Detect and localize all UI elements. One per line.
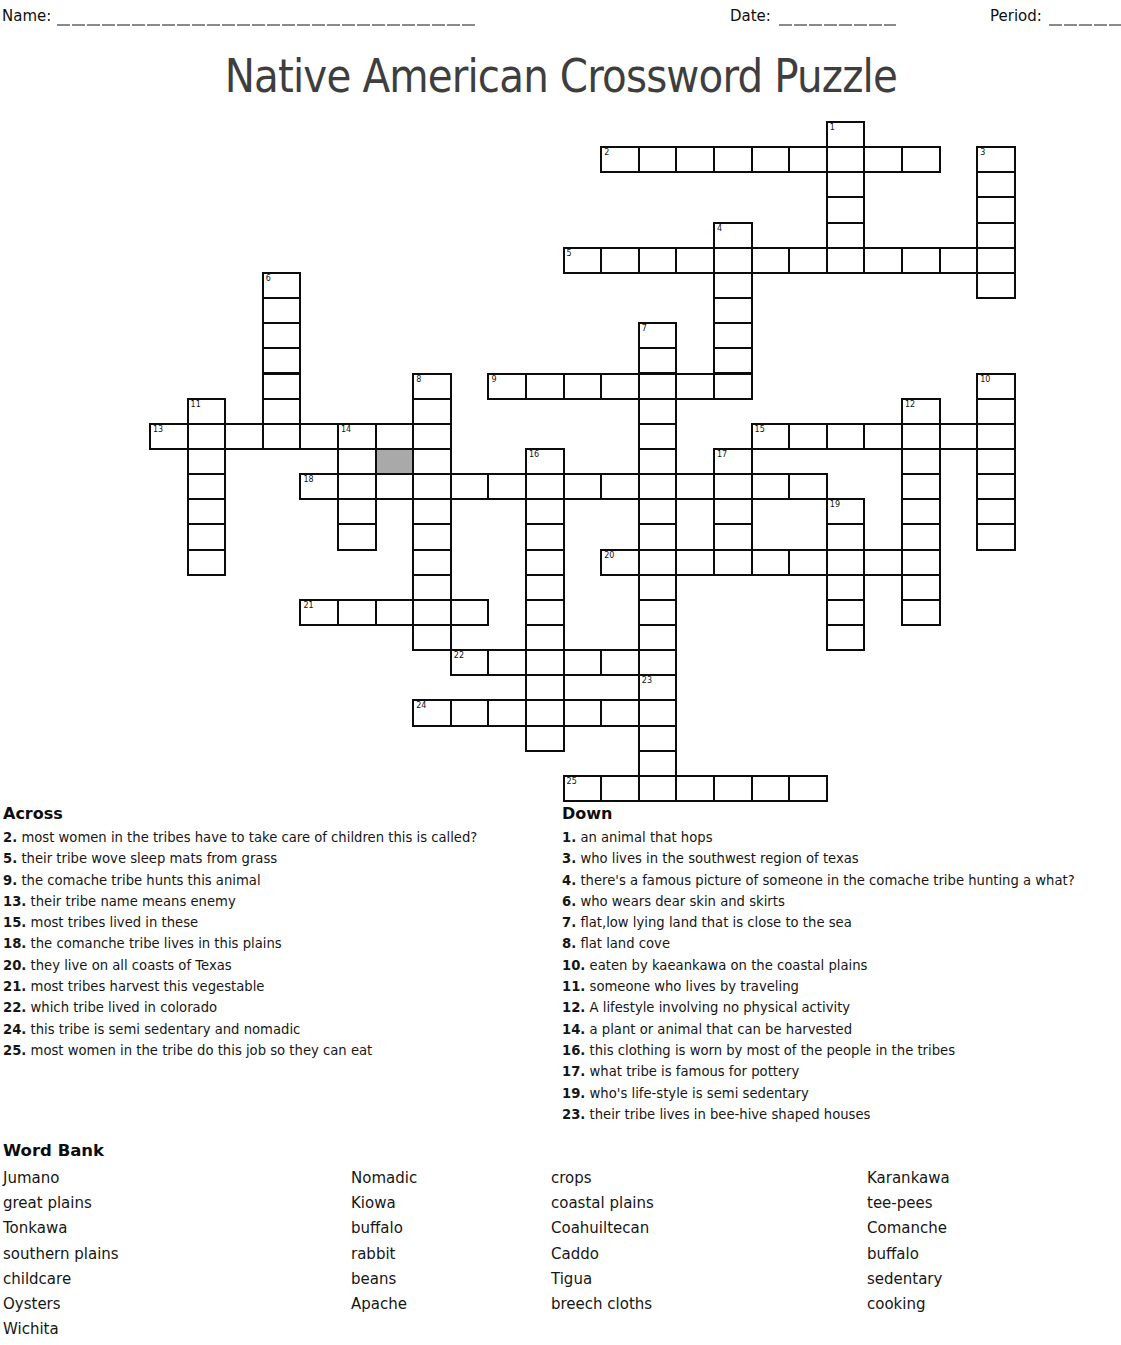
grid-cell[interactable] bbox=[713, 272, 753, 299]
grid-cell[interactable] bbox=[563, 473, 603, 500]
grid-cell[interactable] bbox=[487, 699, 527, 726]
word-bank-item: buffalo bbox=[351, 1216, 417, 1241]
word-bank-heading: Word Bank bbox=[3, 1141, 104, 1160]
grid-cell[interactable] bbox=[976, 171, 1016, 198]
cell-number: 23 bbox=[642, 676, 652, 686]
grid-cell[interactable]: 17 bbox=[713, 448, 753, 475]
grid-cell[interactable] bbox=[600, 473, 640, 500]
grid-cell[interactable] bbox=[713, 146, 753, 173]
cell-number: 15 bbox=[755, 425, 765, 435]
cell-number: 4 bbox=[717, 224, 722, 234]
grid-cell[interactable] bbox=[901, 574, 941, 601]
clue-number: 23. bbox=[562, 1107, 585, 1122]
grid-cell[interactable] bbox=[262, 347, 302, 374]
name-label: Name: bbox=[2, 7, 51, 25]
word-bank-column-1: Jumanogreat plainsTonkawasouthern plains… bbox=[3, 1166, 119, 1342]
grid-cell[interactable] bbox=[412, 473, 452, 500]
grid-cell[interactable]: 19 bbox=[826, 498, 866, 525]
grid-cell[interactable] bbox=[412, 624, 452, 651]
grid-cell[interactable] bbox=[525, 649, 565, 676]
grid-cell[interactable] bbox=[600, 699, 640, 726]
grid-cell[interactable] bbox=[638, 649, 678, 676]
grid-cell[interactable] bbox=[187, 473, 227, 500]
grid-cell[interactable]: 8 bbox=[412, 373, 452, 400]
grid-cell[interactable] bbox=[638, 775, 678, 802]
grid-cell[interactable] bbox=[976, 498, 1016, 525]
grid-cell[interactable] bbox=[826, 146, 866, 173]
clue-number: 9. bbox=[3, 873, 17, 888]
clue-down-6: 6. who wears dear skin and skirts bbox=[562, 891, 1118, 912]
cell-number: 1 bbox=[830, 123, 835, 133]
grid-cell[interactable] bbox=[450, 599, 490, 626]
clue-down-10: 10. eaten by kaeankawa on the coastal pl… bbox=[562, 955, 1118, 976]
grid-cell[interactable] bbox=[788, 473, 828, 500]
grid-cell[interactable] bbox=[187, 423, 227, 450]
grid-cell[interactable] bbox=[713, 247, 753, 274]
grid-cell[interactable] bbox=[525, 574, 565, 601]
date-blank-line bbox=[779, 24, 896, 26]
cell-number: 18 bbox=[303, 475, 313, 485]
grid-cell[interactable] bbox=[826, 523, 866, 550]
grid-cell[interactable] bbox=[976, 448, 1016, 475]
word-bank-item: crops bbox=[551, 1166, 654, 1191]
cell-number: 2 bbox=[604, 148, 609, 158]
grid-cell[interactable] bbox=[638, 699, 678, 726]
grid-cell[interactable] bbox=[337, 498, 377, 525]
cell-number: 3 bbox=[980, 148, 985, 158]
word-bank-item: buffalo bbox=[867, 1242, 950, 1267]
grid-cell[interactable] bbox=[525, 599, 565, 626]
cell-number: 21 bbox=[303, 601, 313, 611]
grid-cell[interactable] bbox=[713, 322, 753, 349]
grid-cell[interactable] bbox=[788, 146, 828, 173]
grid-cell[interactable] bbox=[788, 423, 828, 450]
clue-number: 21. bbox=[3, 979, 26, 994]
grid-cell[interactable] bbox=[713, 775, 753, 802]
cell-number: 7 bbox=[642, 324, 647, 334]
grid-cell[interactable]: 1 bbox=[826, 121, 866, 148]
clue-across-9: 9. the comache tribe hunts this animal bbox=[3, 870, 555, 891]
clue-number: 8. bbox=[562, 936, 576, 951]
grid-cell[interactable] bbox=[713, 347, 753, 374]
grid-cell[interactable] bbox=[675, 373, 715, 400]
cell-number: 19 bbox=[830, 500, 840, 510]
cell-number: 8 bbox=[416, 375, 421, 385]
grid-cell[interactable] bbox=[375, 423, 415, 450]
clue-across-24: 24. this tribe is semi sedentary and nom… bbox=[3, 1019, 555, 1040]
grid-cell[interactable] bbox=[638, 725, 678, 752]
grid-cell[interactable] bbox=[262, 322, 302, 349]
clue-across-22: 22. which tribe lived in colorado bbox=[3, 997, 555, 1018]
clue-down-14: 14. a plant or animal that can be harves… bbox=[562, 1019, 1118, 1040]
grid-cell[interactable] bbox=[638, 398, 678, 425]
grid-cell[interactable] bbox=[450, 473, 490, 500]
grid-cell[interactable] bbox=[751, 146, 791, 173]
clue-number: 20. bbox=[3, 958, 26, 973]
cell-number: 20 bbox=[604, 551, 614, 561]
grid-cell[interactable] bbox=[187, 523, 227, 550]
puzzle-grid: 1234567891011121314151617181920212223242… bbox=[149, 121, 1016, 802]
grid-cell[interactable] bbox=[525, 699, 565, 726]
grid-cell[interactable] bbox=[638, 448, 678, 475]
grid-cell[interactable] bbox=[600, 247, 640, 274]
clue-number: 17. bbox=[562, 1064, 585, 1079]
word-bank-item: Coahuiltecan bbox=[551, 1216, 654, 1241]
grid-cell[interactable] bbox=[826, 222, 866, 249]
grid-cell[interactable]: 15 bbox=[751, 423, 791, 450]
grid-cell[interactable] bbox=[675, 146, 715, 173]
word-bank-item: Jumano bbox=[3, 1166, 119, 1191]
grid-cell[interactable] bbox=[262, 297, 302, 324]
word-bank-item: Tonkawa bbox=[3, 1216, 119, 1241]
grid-cell[interactable]: 12 bbox=[901, 398, 941, 425]
clue-down-19: 19. who's life-style is semi sedentary bbox=[562, 1083, 1118, 1104]
grid-cell[interactable] bbox=[563, 373, 603, 400]
grid-cell[interactable] bbox=[375, 473, 415, 500]
cell-number: 5 bbox=[567, 249, 572, 259]
grid-cell[interactable] bbox=[901, 146, 941, 173]
grid-cell[interactable]: 9 bbox=[487, 373, 527, 400]
cell-number: 12 bbox=[905, 400, 915, 410]
grid-cell[interactable] bbox=[675, 247, 715, 274]
grid-cell[interactable] bbox=[675, 473, 715, 500]
grid-cell[interactable] bbox=[412, 498, 452, 525]
word-bank-column-2: NomadicKiowabuffalorabbitbeansApache bbox=[351, 1166, 417, 1317]
word-bank-item: Apache bbox=[351, 1292, 417, 1317]
grid-cell[interactable] bbox=[976, 473, 1016, 500]
clue-down-1: 1. an animal that hops bbox=[562, 827, 1118, 848]
cell-number: 14 bbox=[341, 425, 351, 435]
clue-number: 18. bbox=[3, 936, 26, 951]
grid-cell[interactable] bbox=[939, 247, 979, 274]
grid-cell[interactable] bbox=[826, 247, 866, 274]
grid-cell[interactable] bbox=[976, 196, 1016, 223]
clue-number: 25. bbox=[3, 1043, 26, 1058]
grid-cell[interactable] bbox=[675, 549, 715, 576]
word-bank-item: cooking bbox=[867, 1292, 950, 1317]
grid-cell[interactable] bbox=[525, 674, 565, 701]
grid-cell[interactable] bbox=[826, 599, 866, 626]
name-blank-line bbox=[57, 24, 475, 26]
clue-down-4: 4. there's a famous picture of someone i… bbox=[562, 870, 1118, 891]
cell-number: 10 bbox=[980, 375, 990, 385]
grid-cell[interactable]: 22 bbox=[450, 649, 490, 676]
cell-number: 16 bbox=[529, 450, 539, 460]
worksheet-page: Name: Date: Period: Native American Cros… bbox=[0, 0, 1121, 1345]
word-bank-item: tee-pees bbox=[867, 1191, 950, 1216]
grid-cell[interactable] bbox=[337, 523, 377, 550]
grid-cell[interactable] bbox=[563, 699, 603, 726]
grid-cell[interactable]: 16 bbox=[525, 448, 565, 475]
grid-cell[interactable] bbox=[412, 599, 452, 626]
grid-cell[interactable] bbox=[525, 725, 565, 752]
clue-number: 13. bbox=[3, 894, 26, 909]
grid-cell[interactable] bbox=[976, 523, 1016, 550]
grid-cell[interactable] bbox=[826, 171, 866, 198]
grid-cell[interactable] bbox=[187, 448, 227, 475]
grid-cell[interactable] bbox=[675, 775, 715, 802]
grid-cell[interactable] bbox=[638, 498, 678, 525]
grid-cell[interactable]: 10 bbox=[976, 373, 1016, 400]
grid-cell[interactable] bbox=[863, 423, 903, 450]
grid-cell[interactable] bbox=[487, 473, 527, 500]
grid-cell[interactable] bbox=[224, 423, 264, 450]
grid-cell[interactable] bbox=[525, 624, 565, 651]
clue-number: 12. bbox=[562, 1000, 585, 1015]
word-bank-item: breech cloths bbox=[551, 1292, 654, 1317]
clue-down-8: 8. flat land cove bbox=[562, 933, 1118, 954]
cell-number: 17 bbox=[717, 450, 727, 460]
clue-down-7: 7. flat,low lying land that is close to … bbox=[562, 912, 1118, 933]
clue-across-2: 2. most women in the tribes have to take… bbox=[3, 827, 555, 848]
word-bank-item: Tigua bbox=[551, 1267, 654, 1292]
grid-cell[interactable] bbox=[713, 523, 753, 550]
clue-down-23: 23. their tribe lives in bee-hive shaped… bbox=[562, 1104, 1118, 1125]
grid-cell[interactable] bbox=[337, 448, 377, 475]
word-bank-item: sedentary bbox=[867, 1267, 950, 1292]
grid-cell[interactable] bbox=[751, 473, 791, 500]
grid-cell[interactable] bbox=[525, 473, 565, 500]
grid-cell[interactable] bbox=[939, 423, 979, 450]
grid-cell[interactable] bbox=[976, 222, 1016, 249]
grid-cell[interactable] bbox=[976, 398, 1016, 425]
grid-cell[interactable]: 24 bbox=[412, 699, 452, 726]
grid-cell[interactable]: 25 bbox=[563, 775, 603, 802]
period-blank-line bbox=[1049, 24, 1121, 26]
across-clues: Across 2. most women in the tribes have … bbox=[3, 804, 555, 1061]
word-bank-item: Karankawa bbox=[867, 1166, 950, 1191]
clue-number: 24. bbox=[3, 1022, 26, 1037]
word-bank-item: Nomadic bbox=[351, 1166, 417, 1191]
grid-cell[interactable] bbox=[375, 599, 415, 626]
grid-cell[interactable] bbox=[826, 574, 866, 601]
grid-cell[interactable] bbox=[412, 549, 452, 576]
grid-cell[interactable] bbox=[525, 498, 565, 525]
clue-number: 22. bbox=[3, 1000, 26, 1015]
grid-cell[interactable] bbox=[412, 574, 452, 601]
clue-number: 3. bbox=[562, 851, 576, 866]
grid-cell[interactable] bbox=[826, 196, 866, 223]
cell-number: 13 bbox=[153, 425, 163, 435]
grid-cell[interactable]: 20 bbox=[600, 549, 640, 576]
clue-number: 1. bbox=[562, 830, 576, 845]
grid-cell[interactable] bbox=[863, 146, 903, 173]
word-bank-item: beans bbox=[351, 1267, 417, 1292]
grid-cell[interactable] bbox=[976, 272, 1016, 299]
grid-cell[interactable]: 6 bbox=[262, 272, 302, 299]
clue-across-21: 21. most tribes harvest this vegestable bbox=[3, 976, 555, 997]
grid-cell[interactable] bbox=[901, 423, 941, 450]
grid-cell[interactable] bbox=[788, 549, 828, 576]
grid-cell[interactable] bbox=[638, 423, 678, 450]
grid-cell[interactable] bbox=[563, 649, 603, 676]
cell-number: 11 bbox=[191, 400, 201, 410]
clue-number: 15. bbox=[3, 915, 26, 930]
cell-number: 24 bbox=[416, 701, 426, 711]
grid-cell[interactable]: 21 bbox=[299, 599, 339, 626]
grid-cell[interactable] bbox=[638, 574, 678, 601]
down-heading: Down bbox=[562, 804, 1118, 823]
grid-cell[interactable] bbox=[976, 423, 1016, 450]
grid-cell[interactable] bbox=[901, 247, 941, 274]
grid-cell[interactable] bbox=[901, 599, 941, 626]
grid-cell[interactable] bbox=[187, 549, 227, 576]
word-bank-item: coastal plains bbox=[551, 1191, 654, 1216]
clue-down-12: 12. A lifestyle involving no physical ac… bbox=[562, 997, 1118, 1018]
grid-cell[interactable] bbox=[826, 624, 866, 651]
grid-cell[interactable]: 5 bbox=[563, 247, 603, 274]
grid-cell[interactable] bbox=[901, 473, 941, 500]
grid-cell[interactable] bbox=[299, 423, 339, 450]
grid-cell[interactable]: 14 bbox=[337, 423, 377, 450]
word-bank-item: Kiowa bbox=[351, 1191, 417, 1216]
clue-across-13: 13. their tribe name means enemy bbox=[3, 891, 555, 912]
grid-cell[interactable] bbox=[337, 473, 377, 500]
grid-cell[interactable] bbox=[788, 247, 828, 274]
word-bank-item: Comanche bbox=[867, 1216, 950, 1241]
clue-down-11: 11. someone who lives by traveling bbox=[562, 976, 1118, 997]
grid-cell[interactable] bbox=[638, 347, 678, 374]
grid-cell[interactable] bbox=[638, 624, 678, 651]
down-clues: Down 1. an animal that hops3. who lives … bbox=[562, 804, 1118, 1125]
grid-cell[interactable] bbox=[638, 750, 678, 777]
clue-number: 11. bbox=[562, 979, 585, 994]
grid-cell[interactable] bbox=[751, 775, 791, 802]
grid-cell[interactable] bbox=[638, 523, 678, 550]
grid-cell[interactable] bbox=[525, 523, 565, 550]
grid-cell[interactable] bbox=[262, 423, 302, 450]
clue-number: 7. bbox=[562, 915, 576, 930]
clue-across-15: 15. most tribes lived in these bbox=[3, 912, 555, 933]
grid-cell[interactable] bbox=[412, 398, 452, 425]
grid-cell[interactable] bbox=[638, 373, 678, 400]
clue-number: 19. bbox=[562, 1086, 585, 1101]
grid-cell[interactable] bbox=[751, 549, 791, 576]
word-bank-item: Caddo bbox=[551, 1242, 654, 1267]
across-heading: Across bbox=[3, 804, 555, 823]
grid-cell[interactable] bbox=[412, 523, 452, 550]
grid-cell[interactable]: 2 bbox=[600, 146, 640, 173]
grid-cell[interactable] bbox=[863, 549, 903, 576]
cell-number: 9 bbox=[491, 375, 496, 385]
grid-cell[interactable] bbox=[901, 549, 941, 576]
grid-cell[interactable] bbox=[713, 498, 753, 525]
grid-cell[interactable] bbox=[713, 473, 753, 500]
grid-cell[interactable] bbox=[713, 373, 753, 400]
grid-cell[interactable] bbox=[450, 699, 490, 726]
grid-cell[interactable] bbox=[638, 599, 678, 626]
grid-cell[interactable] bbox=[638, 473, 678, 500]
grid-cell[interactable] bbox=[525, 549, 565, 576]
grid-cell[interactable] bbox=[412, 448, 452, 475]
grid-cell[interactable]: 11 bbox=[187, 398, 227, 425]
grid-cell[interactable] bbox=[901, 523, 941, 550]
grid-cell[interactable] bbox=[337, 599, 377, 626]
clue-down-3: 3. who lives in the southwest region of … bbox=[562, 848, 1118, 869]
grid-cell[interactable] bbox=[788, 775, 828, 802]
grid-cell[interactable]: 23 bbox=[638, 674, 678, 701]
page-title: Native American Crossword Puzzle bbox=[0, 48, 1121, 103]
clue-number: 14. bbox=[562, 1022, 585, 1037]
grid-cell[interactable] bbox=[262, 398, 302, 425]
clue-across-5: 5. their tribe wove sleep mats from gras… bbox=[3, 848, 555, 869]
grid-cell[interactable] bbox=[713, 297, 753, 324]
grid-cell[interactable] bbox=[412, 423, 452, 450]
grid-cell[interactable] bbox=[600, 373, 640, 400]
clue-across-18: 18. the comanche tribe lives in this pla… bbox=[3, 933, 555, 954]
word-bank-item: Oysters bbox=[3, 1292, 119, 1317]
grid-cell[interactable]: 4 bbox=[713, 222, 753, 249]
grid-cell[interactable] bbox=[713, 549, 753, 576]
period-label: Period: bbox=[990, 7, 1042, 25]
grid-cell[interactable] bbox=[638, 549, 678, 576]
word-bank-item: rabbit bbox=[351, 1242, 417, 1267]
word-bank-column-4: Karankawatee-peesComanchebuffalosedentar… bbox=[867, 1166, 950, 1317]
clue-down-17: 17. what tribe is famous for pottery bbox=[562, 1061, 1118, 1082]
grid-cell[interactable] bbox=[638, 146, 678, 173]
grid-cell[interactable] bbox=[901, 498, 941, 525]
grid-cell-shaded[interactable] bbox=[375, 448, 415, 475]
grid-cell[interactable]: 13 bbox=[149, 423, 189, 450]
word-bank-item: childcare bbox=[3, 1267, 119, 1292]
cell-number: 22 bbox=[454, 651, 464, 661]
cell-number: 6 bbox=[266, 274, 271, 284]
clue-number: 16. bbox=[562, 1043, 585, 1058]
clue-number: 10. bbox=[562, 958, 585, 973]
clue-number: 6. bbox=[562, 894, 576, 909]
word-bank-item: Wichita bbox=[3, 1317, 119, 1342]
grid-cell[interactable] bbox=[863, 247, 903, 274]
grid-cell[interactable] bbox=[826, 549, 866, 576]
grid-cell[interactable] bbox=[826, 423, 866, 450]
grid-cell[interactable] bbox=[525, 373, 565, 400]
clue-across-20: 20. they live on all coasts of Texas bbox=[3, 955, 555, 976]
date-label: Date: bbox=[730, 7, 771, 25]
grid-cell[interactable] bbox=[187, 498, 227, 525]
grid-cell[interactable] bbox=[751, 247, 791, 274]
grid-cell[interactable] bbox=[976, 247, 1016, 274]
grid-cell[interactable] bbox=[600, 649, 640, 676]
cell-number: 25 bbox=[567, 777, 577, 787]
clue-number: 2. bbox=[3, 830, 17, 845]
grid-cell[interactable] bbox=[487, 649, 527, 676]
word-bank-item: great plains bbox=[3, 1191, 119, 1216]
clue-number: 4. bbox=[562, 873, 576, 888]
grid-cell[interactable] bbox=[901, 448, 941, 475]
grid-cell[interactable]: 3 bbox=[976, 146, 1016, 173]
grid-cell[interactable] bbox=[638, 247, 678, 274]
grid-cell[interactable] bbox=[600, 775, 640, 802]
clue-across-25: 25. most women in the tribe do this job … bbox=[3, 1040, 555, 1061]
clue-down-16: 16. this clothing is worn by most of the… bbox=[562, 1040, 1118, 1061]
clue-number: 5. bbox=[3, 851, 17, 866]
word-bank-item: southern plains bbox=[3, 1242, 119, 1267]
grid-cell[interactable]: 18 bbox=[299, 473, 339, 500]
word-bank-column-3: cropscoastal plainsCoahuiltecanCaddoTigu… bbox=[551, 1166, 654, 1317]
grid-cell[interactable] bbox=[262, 373, 302, 400]
grid-cell[interactable]: 7 bbox=[638, 322, 678, 349]
